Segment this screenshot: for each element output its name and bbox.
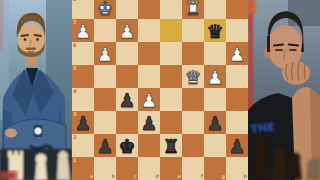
- right-player-photo: THE: [248, 0, 320, 180]
- piece-wR-f8: ♜: [184, 0, 201, 18]
- piece-wK-b8: ♚: [96, 0, 113, 18]
- piece-bP-d3: ♟: [140, 114, 157, 133]
- red-table-strip: [0, 171, 17, 180]
- square-h6[interactable]: ♟: [226, 42, 248, 65]
- rank-label-6: 6: [73, 43, 76, 48]
- square-e5[interactable]: [160, 65, 182, 88]
- board-grid: 8♚♜7♟♟♛6♟♟5♛♟4♟♟3♟♟♟2♟♚♜♟1abcdefgh: [72, 0, 248, 180]
- square-b8[interactable]: ♚: [94, 0, 116, 19]
- square-b6[interactable]: ♟: [94, 42, 116, 65]
- square-e4[interactable]: [160, 88, 182, 111]
- wristwatch: [34, 127, 41, 134]
- square-g4[interactable]: [204, 88, 226, 111]
- piece-wP-c7: ♟: [118, 22, 135, 41]
- square-c2[interactable]: ♚: [116, 134, 138, 157]
- piece-bP-c4: ♟: [118, 91, 135, 110]
- square-d7[interactable]: [138, 19, 160, 42]
- square-h2[interactable]: ♟: [226, 134, 248, 157]
- square-c7[interactable]: ♟: [116, 19, 138, 42]
- right-player-illustration: THE: [248, 0, 320, 180]
- piece-bK-c2: ♚: [118, 137, 135, 156]
- square-a8[interactable]: 8: [72, 0, 94, 19]
- file-label-c: c: [134, 174, 137, 179]
- square-f1[interactable]: f: [182, 157, 204, 180]
- file-label-f: f: [201, 174, 203, 179]
- square-a7[interactable]: 7♟: [72, 19, 94, 42]
- piece-bP-g3: ♟: [206, 114, 223, 133]
- square-d2[interactable]: [138, 134, 160, 157]
- square-g8[interactable]: [204, 0, 226, 19]
- square-f8[interactable]: ♜: [182, 0, 204, 19]
- square-d5[interactable]: [138, 65, 160, 88]
- square-d4[interactable]: ♟: [138, 88, 160, 111]
- square-b1[interactable]: b: [94, 157, 116, 180]
- square-e8[interactable]: [160, 0, 182, 19]
- square-a4[interactable]: 4: [72, 88, 94, 111]
- square-d8[interactable]: [138, 0, 160, 19]
- piece-bP-b2: ♟: [96, 137, 113, 156]
- chess-board: 8♚♜7♟♟♛6♟♟5♛♟4♟♟3♟♟♟2♟♚♜♟1abcdefgh: [72, 0, 248, 180]
- shirt-text: THE: [250, 121, 275, 136]
- square-h8[interactable]: [226, 0, 248, 19]
- square-d6[interactable]: [138, 42, 160, 65]
- square-d1[interactable]: d: [138, 157, 160, 180]
- piece-bR-e2: ♜: [162, 137, 179, 156]
- file-label-a: a: [90, 174, 93, 179]
- square-b4[interactable]: [94, 88, 116, 111]
- square-e7[interactable]: [160, 19, 182, 42]
- piece-wP-d4: ♟: [140, 91, 157, 110]
- square-h1[interactable]: h: [226, 157, 248, 180]
- square-c8[interactable]: [116, 0, 138, 19]
- piece-wP-b6: ♟: [96, 45, 113, 64]
- square-c3[interactable]: [116, 111, 138, 134]
- square-f3[interactable]: [182, 111, 204, 134]
- rank-label-2: 2: [73, 135, 76, 140]
- square-a1[interactable]: 1a: [72, 157, 94, 180]
- square-f5[interactable]: ♛: [182, 65, 204, 88]
- left-player-photo: [0, 0, 72, 180]
- rank-label-8: 8: [73, 0, 76, 2]
- broadcast-frame: 8♚♜7♟♟♛6♟♟5♛♟4♟♟3♟♟♟2♟♚♜♟1abcdefgh: [0, 0, 320, 180]
- rank-label-1: 1: [73, 158, 76, 163]
- square-g1[interactable]: g: [204, 157, 226, 180]
- square-b3[interactable]: [94, 111, 116, 134]
- square-h7[interactable]: [226, 19, 248, 42]
- piece-wQ-f5: ♛: [184, 68, 201, 87]
- square-g7[interactable]: ♛: [204, 19, 226, 42]
- left-player-illustration: [0, 0, 72, 180]
- square-h4[interactable]: [226, 88, 248, 111]
- square-c1[interactable]: c: [116, 157, 138, 180]
- file-label-b: b: [111, 174, 115, 179]
- square-h5[interactable]: [226, 65, 248, 88]
- square-e3[interactable]: [160, 111, 182, 134]
- file-label-h: h: [243, 174, 247, 179]
- square-e1[interactable]: e: [160, 157, 182, 180]
- square-f7[interactable]: [182, 19, 204, 42]
- square-c5[interactable]: [116, 65, 138, 88]
- square-f2[interactable]: [182, 134, 204, 157]
- square-f4[interactable]: [182, 88, 204, 111]
- square-h3[interactable]: [226, 111, 248, 134]
- square-f6[interactable]: [182, 42, 204, 65]
- file-label-d: d: [155, 174, 159, 179]
- piece-wP-h6: ♟: [228, 45, 245, 64]
- square-e6[interactable]: [160, 42, 182, 65]
- square-g3[interactable]: ♟: [204, 111, 226, 134]
- square-a6[interactable]: 6: [72, 42, 94, 65]
- fist: [282, 62, 310, 85]
- square-c4[interactable]: ♟: [116, 88, 138, 111]
- piece-wP-a7: ♟: [74, 22, 91, 41]
- square-g5[interactable]: ♟: [204, 65, 226, 88]
- piece-bP-h2: ♟: [228, 137, 245, 156]
- file-label-g: g: [221, 174, 225, 179]
- rank-label-4: 4: [73, 89, 76, 94]
- square-b2[interactable]: ♟: [94, 134, 116, 157]
- piece-bQ-g7: ♛: [206, 22, 223, 41]
- square-d3[interactable]: ♟: [138, 111, 160, 134]
- piece-wP-g5: ♟: [206, 68, 223, 87]
- square-a5[interactable]: 5: [72, 65, 94, 88]
- square-c6[interactable]: [116, 42, 138, 65]
- square-a2[interactable]: 2: [72, 134, 94, 157]
- rank-label-5: 5: [73, 66, 76, 71]
- square-a3[interactable]: 3♟: [72, 111, 94, 134]
- file-label-e: e: [178, 174, 181, 179]
- square-e2[interactable]: ♜: [160, 134, 182, 157]
- square-g2[interactable]: [204, 134, 226, 157]
- piece-bP-a3: ♟: [74, 114, 91, 133]
- square-g6[interactable]: [204, 42, 226, 65]
- square-b7[interactable]: [94, 19, 116, 42]
- square-b5[interactable]: [94, 65, 116, 88]
